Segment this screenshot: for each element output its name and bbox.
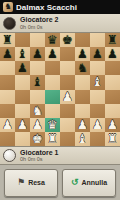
app-title: Dalmax Scacchi	[16, 3, 77, 12]
square-h4[interactable]	[105, 90, 120, 104]
black-rook: ♜	[2, 34, 13, 46]
player1-clock: 0h 0m 0s	[20, 157, 59, 163]
resign-flag-icon: ⚑	[17, 178, 25, 187]
square-c8[interactable]	[30, 33, 45, 47]
player1-avatar	[3, 149, 16, 162]
black-pawn: ♟	[47, 48, 58, 60]
square-a4[interactable]	[0, 90, 15, 104]
square-c6[interactable]	[30, 61, 45, 75]
square-e4[interactable]: ♟	[60, 90, 75, 104]
white-pawn: ♟	[32, 118, 43, 130]
square-c2[interactable]: ♟	[30, 118, 45, 132]
square-a3[interactable]	[0, 104, 15, 118]
square-f4[interactable]	[75, 90, 90, 104]
player2-name: Giocatore 2	[20, 16, 59, 23]
black-pawn: ♟	[17, 62, 28, 74]
square-c7[interactable]: ♟	[30, 47, 45, 61]
black-pawn: ♟	[92, 48, 103, 60]
square-h2[interactable]: ♟	[105, 118, 120, 132]
square-h6[interactable]	[105, 61, 120, 75]
square-c3[interactable]: ♞	[30, 104, 45, 118]
square-f2[interactable]: ♟	[75, 118, 90, 132]
square-d7[interactable]: ♟	[45, 47, 60, 61]
square-g2[interactable]: ♟	[90, 118, 105, 132]
resign-button[interactable]: ⚑ Resa	[4, 169, 58, 197]
square-d1[interactable]: ♜	[45, 132, 60, 146]
square-d5[interactable]	[45, 75, 60, 89]
white-rook: ♜	[107, 132, 118, 144]
white-pawn: ♟	[77, 118, 88, 130]
square-b5[interactable]	[15, 75, 30, 89]
undo-button[interactable]: ↺ Annulla	[62, 169, 116, 197]
action-bar: ⚑ Resa ↺ Annulla	[0, 165, 120, 200]
white-pawn: ♟	[107, 118, 118, 130]
white-knight: ♞	[32, 104, 43, 116]
square-d4[interactable]	[45, 90, 60, 104]
black-bishop: ♝	[32, 76, 43, 88]
square-b7[interactable]: ♝	[15, 47, 30, 61]
black-pawn: ♟	[77, 48, 88, 60]
square-g6[interactable]	[90, 61, 105, 75]
square-d3[interactable]	[45, 104, 60, 118]
square-e1[interactable]	[60, 132, 75, 146]
square-g7[interactable]: ♟	[90, 47, 105, 61]
square-e7[interactable]	[60, 47, 75, 61]
square-a1[interactable]	[0, 132, 15, 146]
square-e2[interactable]	[60, 118, 75, 132]
undo-arrow-icon: ↺	[71, 178, 79, 187]
square-a8[interactable]: ♜	[0, 33, 15, 47]
square-c5[interactable]: ♝	[30, 75, 45, 89]
player2-clock: 0h 0m 0s	[20, 25, 59, 31]
white-pawn: ♟	[2, 118, 13, 130]
black-rook: ♜	[107, 34, 118, 46]
player2-avatar	[3, 17, 16, 30]
resign-button-label: Resa	[28, 179, 45, 186]
square-a7[interactable]: ♟	[0, 47, 15, 61]
square-e3[interactable]	[60, 104, 75, 118]
square-a2[interactable]: ♟	[0, 118, 15, 132]
white-king: ♚	[32, 132, 43, 144]
app-title-bar: ♞ Dalmax Scacchi	[0, 0, 120, 14]
app-screen: ♞ Dalmax Scacchi Giocatore 2 0h 0m 0s ♜♛…	[0, 0, 120, 200]
square-f7[interactable]: ♟	[75, 47, 90, 61]
square-b6[interactable]: ♟	[15, 61, 30, 75]
square-c4[interactable]	[30, 90, 45, 104]
square-g1[interactable]	[90, 132, 105, 146]
black-queen: ♛	[47, 34, 58, 46]
black-pawn: ♟	[32, 48, 43, 60]
square-h5[interactable]	[105, 75, 120, 89]
square-h1[interactable]: ♜	[105, 132, 120, 146]
square-d8[interactable]: ♛	[45, 33, 60, 47]
square-e6[interactable]	[60, 61, 75, 75]
square-f1[interactable]: ♝	[75, 132, 90, 146]
square-d6[interactable]	[45, 61, 60, 75]
white-pawn: ♟	[62, 90, 73, 102]
square-d2[interactable]: ♛	[45, 118, 60, 132]
square-g5[interactable]: ♝	[90, 75, 105, 89]
square-f6[interactable]: ♞	[75, 61, 90, 75]
square-h3[interactable]	[105, 104, 120, 118]
black-bishop: ♝	[17, 48, 28, 60]
square-a6[interactable]	[0, 61, 15, 75]
square-b2[interactable]: ♟	[15, 118, 30, 132]
square-e5[interactable]	[60, 75, 75, 89]
white-bishop: ♝	[92, 76, 103, 88]
square-a5[interactable]	[0, 75, 15, 89]
square-f8[interactable]	[75, 33, 90, 47]
black-knight: ♞	[77, 62, 88, 74]
chess-board: ♜♛♚♜♟♝♟♟♟♟♟♟♞♝♝♟♞♟♟♟♛♟♟♟♚♜♝♜	[0, 33, 120, 146]
square-h8[interactable]: ♜	[105, 33, 120, 47]
player2-bar: Giocatore 2 0h 0m 0s	[0, 14, 120, 33]
white-pawn: ♟	[92, 118, 103, 130]
white-pawn: ♟	[17, 118, 28, 130]
square-g8[interactable]	[90, 33, 105, 47]
player1-name: Giocatore 1	[20, 149, 59, 156]
black-pawn: ♟	[2, 48, 13, 60]
white-rook: ♜	[47, 132, 58, 144]
square-b8[interactable]	[15, 33, 30, 47]
black-pawn: ♟	[107, 48, 118, 60]
square-e8[interactable]: ♚	[60, 33, 75, 47]
square-b1[interactable]	[15, 132, 30, 146]
white-queen: ♛	[47, 118, 58, 130]
player1-bar: Giocatore 1 0h 0m 0s	[0, 146, 120, 165]
square-b4[interactable]	[15, 90, 30, 104]
square-g4[interactable]	[90, 90, 105, 104]
square-g3[interactable]	[90, 104, 105, 118]
square-c1[interactable]: ♚	[30, 132, 45, 146]
undo-button-label: Annulla	[81, 179, 107, 186]
square-f5[interactable]	[75, 75, 90, 89]
square-b3[interactable]	[15, 104, 30, 118]
square-f3[interactable]	[75, 104, 90, 118]
black-king: ♚	[62, 34, 73, 46]
app-icon: ♞	[3, 2, 13, 12]
white-bishop: ♝	[77, 132, 88, 144]
square-h7[interactable]: ♟	[105, 47, 120, 61]
